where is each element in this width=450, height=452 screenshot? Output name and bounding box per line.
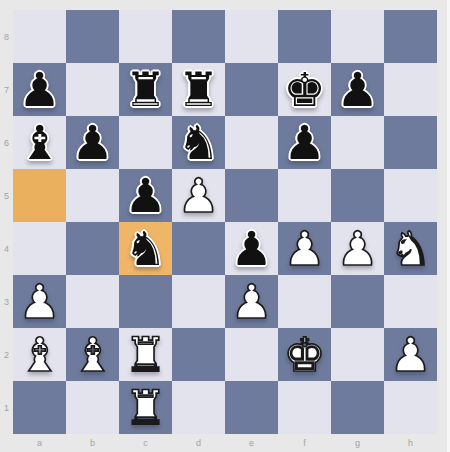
- square-g6[interactable]: [331, 116, 384, 169]
- file-label-c: c: [119, 436, 172, 450]
- rank-label-7: 7: [0, 63, 13, 116]
- square-c5[interactable]: ♟: [119, 169, 172, 222]
- square-c7[interactable]: ♜: [119, 63, 172, 116]
- square-f4[interactable]: ♟: [278, 222, 331, 275]
- square-a8[interactable]: [13, 10, 66, 63]
- square-f8[interactable]: [278, 10, 331, 63]
- rank-label-2: 2: [0, 328, 13, 381]
- square-h7[interactable]: [384, 63, 437, 116]
- square-b2[interactable]: ♝: [66, 328, 119, 381]
- square-g2[interactable]: [331, 328, 384, 381]
- chessboard: ♟♜♜♚♟♝♟♞♟♟♟♞♟♟♟♞♟♟♝♝♜♚♟♜: [13, 10, 437, 434]
- square-a7[interactable]: ♟: [13, 63, 66, 116]
- rank-label-5: 5: [0, 169, 13, 222]
- square-d4[interactable]: [172, 222, 225, 275]
- square-f2[interactable]: ♚: [278, 328, 331, 381]
- file-label-a: a: [13, 436, 66, 450]
- square-h1[interactable]: [384, 381, 437, 434]
- square-h6[interactable]: [384, 116, 437, 169]
- square-b8[interactable]: [66, 10, 119, 63]
- square-h4[interactable]: ♞: [384, 222, 437, 275]
- piece-white-knight[interactable]: ♞: [389, 222, 431, 275]
- square-e6[interactable]: [225, 116, 278, 169]
- square-g1[interactable]: [331, 381, 384, 434]
- piece-black-knight[interactable]: ♞: [124, 222, 166, 275]
- square-a3[interactable]: ♟: [13, 275, 66, 328]
- file-labels: abcdefgh: [13, 436, 437, 450]
- square-c2[interactable]: ♜: [119, 328, 172, 381]
- rank-label-6: 6: [0, 116, 13, 169]
- piece-white-rook[interactable]: ♜: [124, 381, 166, 434]
- square-e1[interactable]: [225, 381, 278, 434]
- square-f5[interactable]: [278, 169, 331, 222]
- square-b3[interactable]: [66, 275, 119, 328]
- square-h8[interactable]: [384, 10, 437, 63]
- piece-black-king[interactable]: ♚: [283, 63, 325, 116]
- piece-white-bishop[interactable]: ♝: [18, 328, 60, 381]
- square-g7[interactable]: ♟: [331, 63, 384, 116]
- file-label-d: d: [172, 436, 225, 450]
- square-e5[interactable]: [225, 169, 278, 222]
- piece-white-pawn[interactable]: ♟: [389, 328, 431, 381]
- piece-black-pawn[interactable]: ♟: [336, 63, 378, 116]
- square-c6[interactable]: [119, 116, 172, 169]
- piece-white-pawn[interactable]: ♟: [177, 169, 219, 222]
- square-a5[interactable]: [13, 169, 66, 222]
- square-d6[interactable]: ♞: [172, 116, 225, 169]
- file-label-e: e: [225, 436, 278, 450]
- piece-black-rook[interactable]: ♜: [124, 63, 166, 116]
- piece-white-king[interactable]: ♚: [283, 328, 325, 381]
- square-d7[interactable]: ♜: [172, 63, 225, 116]
- square-d1[interactable]: [172, 381, 225, 434]
- piece-black-pawn[interactable]: ♟: [230, 222, 272, 275]
- square-e2[interactable]: [225, 328, 278, 381]
- chessboard-stage: 87654321 ♟♜♜♚♟♝♟♞♟♟♟♞♟♟♟♞♟♟♝♝♜♚♟♜ abcdef…: [0, 0, 450, 452]
- square-f6[interactable]: ♟: [278, 116, 331, 169]
- square-d3[interactable]: [172, 275, 225, 328]
- square-b7[interactable]: [66, 63, 119, 116]
- square-e3[interactable]: ♟: [225, 275, 278, 328]
- square-e8[interactable]: [225, 10, 278, 63]
- square-e4[interactable]: ♟: [225, 222, 278, 275]
- piece-black-pawn[interactable]: ♟: [71, 116, 113, 169]
- piece-white-pawn[interactable]: ♟: [230, 275, 272, 328]
- square-c4[interactable]: ♞: [119, 222, 172, 275]
- piece-black-pawn[interactable]: ♟: [18, 63, 60, 116]
- square-h2[interactable]: ♟: [384, 328, 437, 381]
- piece-white-pawn[interactable]: ♟: [283, 222, 325, 275]
- rank-label-4: 4: [0, 222, 13, 275]
- file-label-f: f: [278, 436, 331, 450]
- piece-white-pawn[interactable]: ♟: [18, 275, 60, 328]
- rank-label-3: 3: [0, 275, 13, 328]
- square-d8[interactable]: [172, 10, 225, 63]
- square-a1[interactable]: [13, 381, 66, 434]
- square-c1[interactable]: ♜: [119, 381, 172, 434]
- rank-label-1: 1: [0, 381, 13, 434]
- square-h3[interactable]: [384, 275, 437, 328]
- rank-labels: 87654321: [0, 10, 13, 434]
- square-c8[interactable]: [119, 10, 172, 63]
- square-a6[interactable]: ♝: [13, 116, 66, 169]
- piece-white-pawn[interactable]: ♟: [336, 222, 378, 275]
- piece-white-rook[interactable]: ♜: [124, 328, 166, 381]
- square-a2[interactable]: ♝: [13, 328, 66, 381]
- square-g3[interactable]: [331, 275, 384, 328]
- piece-black-rook[interactable]: ♜: [177, 63, 219, 116]
- piece-black-pawn[interactable]: ♟: [283, 116, 325, 169]
- square-g4[interactable]: ♟: [331, 222, 384, 275]
- square-e7[interactable]: [225, 63, 278, 116]
- rank-label-8: 8: [0, 10, 13, 63]
- piece-black-bishop[interactable]: ♝: [18, 116, 60, 169]
- piece-black-knight[interactable]: ♞: [177, 116, 219, 169]
- piece-white-bishop[interactable]: ♝: [71, 328, 113, 381]
- square-h5[interactable]: [384, 169, 437, 222]
- square-b1[interactable]: [66, 381, 119, 434]
- piece-black-pawn[interactable]: ♟: [124, 169, 166, 222]
- square-f1[interactable]: [278, 381, 331, 434]
- file-label-b: b: [66, 436, 119, 450]
- square-b6[interactable]: ♟: [66, 116, 119, 169]
- square-g5[interactable]: [331, 169, 384, 222]
- square-f7[interactable]: ♚: [278, 63, 331, 116]
- file-label-h: h: [384, 436, 437, 450]
- square-c3[interactable]: [119, 275, 172, 328]
- square-d2[interactable]: [172, 328, 225, 381]
- square-a4[interactable]: [13, 222, 66, 275]
- square-d5[interactable]: ♟: [172, 169, 225, 222]
- square-f3[interactable]: [278, 275, 331, 328]
- square-b4[interactable]: [66, 222, 119, 275]
- square-g8[interactable]: [331, 10, 384, 63]
- file-label-g: g: [331, 436, 384, 450]
- square-b5[interactable]: [66, 169, 119, 222]
